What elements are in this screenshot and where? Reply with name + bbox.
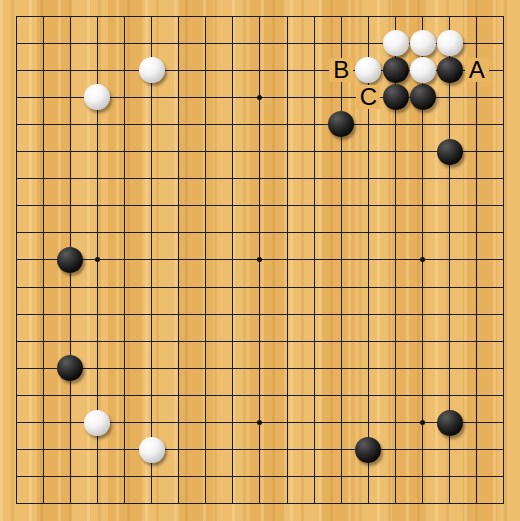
- black-stone: [383, 57, 409, 83]
- stones-layer: ABC: [2, 2, 517, 517]
- white-stone: [410, 30, 436, 56]
- black-stone: [437, 139, 463, 165]
- black-stone: [437, 57, 463, 83]
- white-stone: [355, 57, 381, 83]
- black-stone: [410, 84, 436, 110]
- white-stone: [84, 410, 110, 436]
- move-label-a[interactable]: A: [465, 58, 489, 82]
- black-stone: [57, 247, 83, 273]
- white-stone: [139, 57, 165, 83]
- go-board[interactable]: ABC: [0, 0, 520, 521]
- white-stone: [410, 57, 436, 83]
- black-stone: [57, 355, 83, 381]
- white-stone: [84, 84, 110, 110]
- white-stone: [383, 30, 409, 56]
- move-label-b[interactable]: B: [329, 58, 353, 82]
- white-stone: [437, 30, 463, 56]
- black-stone: [383, 84, 409, 110]
- black-stone: [328, 111, 354, 137]
- white-stone: [139, 437, 165, 463]
- black-stone: [437, 410, 463, 436]
- move-label-c[interactable]: C: [356, 85, 380, 109]
- black-stone: [355, 437, 381, 463]
